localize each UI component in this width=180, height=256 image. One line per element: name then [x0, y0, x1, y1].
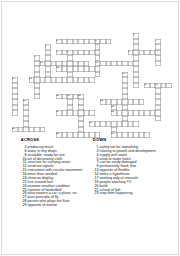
cell-number: 9 [34, 55, 35, 58]
grid-cell [133, 121, 139, 127]
cell-number: 6 [56, 50, 57, 53]
cell-number: 10 [40, 61, 43, 64]
grid-cell [166, 83, 172, 89]
across-heading: ACROSS [21, 137, 92, 141]
cell-number: 1 [133, 33, 134, 36]
cell-number: 18 [56, 94, 59, 97]
down-clues-column: DOWN 1safety net for something3relating … [93, 137, 179, 195]
grid-cell [133, 83, 139, 89]
cell-number: 27 [12, 127, 15, 130]
grid-cell [34, 94, 40, 100]
cell-number: 14 [12, 77, 15, 80]
grid-cell [89, 110, 95, 116]
cell-number: 29 [111, 132, 114, 135]
grid-cell [12, 110, 18, 116]
cell-number: 25 [111, 110, 114, 113]
clue-text: opposite of interior [28, 203, 92, 207]
clue-text: stop from happening [100, 191, 179, 195]
down-heading: DOWN [93, 137, 179, 141]
grid-cell [40, 127, 46, 133]
clue-number-label: 29 [21, 203, 27, 207]
clue-item: 29opposite of interior [21, 203, 92, 207]
grid-cell [139, 99, 145, 105]
crossword-grid: 1234567891011121314151617181920212223242… [12, 33, 172, 138]
cell-number: 22 [100, 99, 103, 102]
cell-number: 12 [56, 66, 59, 69]
cell-number: 5 [45, 44, 46, 47]
grid-cell [95, 72, 101, 78]
down-clue-list: 1safety net for something3relating to gr… [93, 145, 179, 195]
grid-cell [155, 116, 161, 122]
cell-number: 26 [89, 121, 92, 124]
grid-cell [155, 61, 161, 67]
cell-number: 21 [23, 99, 26, 102]
cell-number: 17 [155, 83, 158, 86]
cell-number: 19 [67, 94, 70, 97]
cell-number: 23 [111, 105, 114, 108]
cell-number: 3 [95, 39, 96, 42]
cell-number: 13 [122, 72, 125, 75]
across-clue-list: 2producing much6water in tiny drops8avai… [21, 145, 92, 206]
cell-number: 4 [155, 39, 156, 42]
grid-cell [89, 77, 95, 83]
cell-number: 20 [78, 94, 81, 97]
grid-cell [106, 39, 112, 45]
cell-number: 11 [95, 61, 98, 64]
cell-number: 7 [67, 50, 68, 53]
clues-section: ACROSS 2producing much6water in tiny dro… [18, 137, 180, 233]
cell-number: 15 [29, 77, 32, 80]
cell-number: 2 [56, 39, 57, 42]
cell-number: 24 [56, 110, 59, 113]
cell-number: 16 [144, 83, 147, 86]
cell-number: 28 [56, 132, 59, 135]
clue-item: 23stop from happening [93, 191, 179, 195]
across-clues-column: ACROSS 2producing much6water in tiny dro… [21, 137, 92, 207]
clue-number-label: 23 [93, 191, 99, 195]
worksheet-page: 1234567891011121314151617181920212223242… [0, 0, 180, 256]
cell-number: 8 [128, 50, 129, 53]
